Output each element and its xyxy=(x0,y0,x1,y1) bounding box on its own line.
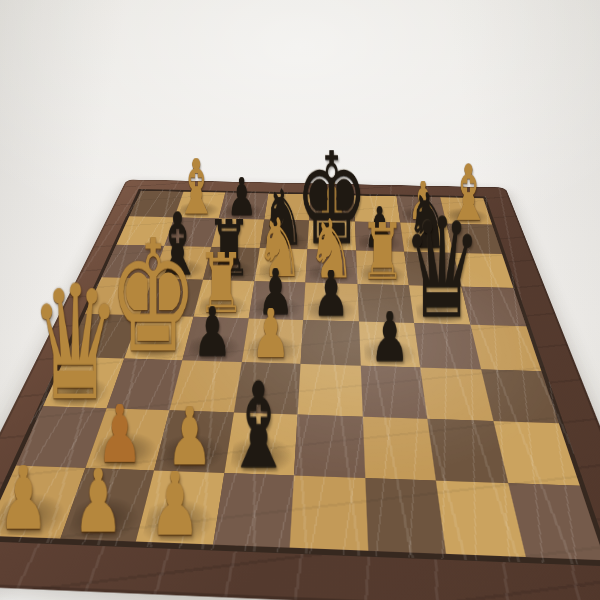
square-g4 xyxy=(414,323,480,369)
square-b4: ♚ xyxy=(124,315,194,360)
square-h2 xyxy=(493,421,580,485)
square-c1: ♟ xyxy=(136,470,224,545)
square-f4: ♟ xyxy=(358,322,420,368)
square-e4 xyxy=(301,320,361,365)
black-queen-g5: ♛ xyxy=(402,215,481,323)
square-h3 xyxy=(481,369,559,423)
square-e3 xyxy=(298,364,363,417)
square-f2 xyxy=(362,417,436,480)
white-rook-f6: ♜ xyxy=(360,222,405,283)
square-e2 xyxy=(294,415,365,478)
black-pawn-f4: ♟ xyxy=(370,311,409,365)
square-f3 xyxy=(360,365,427,418)
square-e5: ♟ xyxy=(303,282,358,321)
square-c4: ♟ xyxy=(182,317,248,362)
black-bishop-d2: ♝ xyxy=(225,379,293,472)
square-e1 xyxy=(290,475,368,551)
square-d1 xyxy=(212,472,294,547)
white-king-b4: ♚ xyxy=(109,237,198,358)
white-pawn-d4: ♟ xyxy=(251,308,290,361)
black-pawn-c4: ♟ xyxy=(193,306,232,359)
square-f6: ♜ xyxy=(356,250,409,284)
black-pawn-e5: ♟ xyxy=(313,270,349,320)
photo-backdrop: ♝♟♟♟♝♞♚♟♞♝♜♞♞♜♜♟♟♛♚♟♟♟♛♟♟♝♟♟♟ 1Bp1P1PB/3… xyxy=(0,0,600,600)
white-pawn-b1: ♟ xyxy=(73,469,124,538)
square-g5: ♛ xyxy=(409,285,470,325)
white-pawn-c1: ♟ xyxy=(149,471,200,540)
square-h4 xyxy=(470,325,541,371)
square-d2: ♝ xyxy=(224,412,298,475)
square-f1 xyxy=(365,477,446,553)
square-g3 xyxy=(420,367,493,421)
white-pawn-a1: ♟ xyxy=(0,466,48,535)
